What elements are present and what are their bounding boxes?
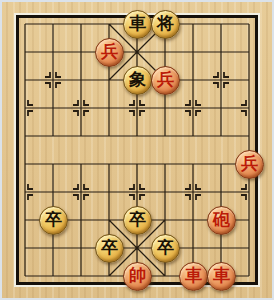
- red-cannon-glyph: 砲: [213, 211, 230, 228]
- pieces-layer: 車将兵象兵兵卒卒砲卒卒帥車車: [11, 10, 263, 290]
- black-elephant-glyph: 象: [129, 71, 146, 88]
- red-soldier-glyph: 兵: [241, 155, 258, 172]
- black-soldier-glyph: 卒: [129, 211, 146, 228]
- black-soldier-glyph: 卒: [45, 211, 62, 228]
- red-chariot-glyph: 車: [185, 267, 202, 284]
- piece-red-general[interactable]: 帥: [123, 262, 152, 291]
- red-soldier-glyph: 兵: [101, 43, 118, 60]
- piece-black-chariot[interactable]: 車: [123, 10, 152, 39]
- black-general-glyph: 将: [157, 15, 174, 32]
- piece-black-soldier[interactable]: 卒: [39, 206, 68, 235]
- piece-black-soldier[interactable]: 卒: [95, 234, 124, 263]
- piece-red-soldier[interactable]: 兵: [151, 66, 180, 95]
- piece-black-soldier[interactable]: 卒: [123, 206, 152, 235]
- piece-black-general[interactable]: 将: [151, 10, 180, 39]
- piece-black-soldier[interactable]: 卒: [151, 234, 180, 263]
- piece-red-chariot[interactable]: 車: [179, 262, 208, 291]
- red-general-glyph: 帥: [129, 267, 146, 284]
- black-soldier-glyph: 卒: [157, 239, 174, 256]
- piece-red-soldier[interactable]: 兵: [95, 38, 124, 67]
- piece-red-soldier[interactable]: 兵: [235, 150, 264, 179]
- red-chariot-glyph: 車: [213, 267, 230, 284]
- black-chariot-glyph: 車: [129, 15, 146, 32]
- piece-black-elephant[interactable]: 象: [123, 66, 152, 95]
- piece-red-chariot[interactable]: 車: [207, 262, 236, 291]
- red-soldier-glyph: 兵: [157, 71, 174, 88]
- piece-red-cannon[interactable]: 砲: [207, 206, 236, 235]
- black-soldier-glyph: 卒: [101, 239, 118, 256]
- xiangqi-board: 車将兵象兵兵卒卒砲卒卒帥車車: [0, 0, 274, 300]
